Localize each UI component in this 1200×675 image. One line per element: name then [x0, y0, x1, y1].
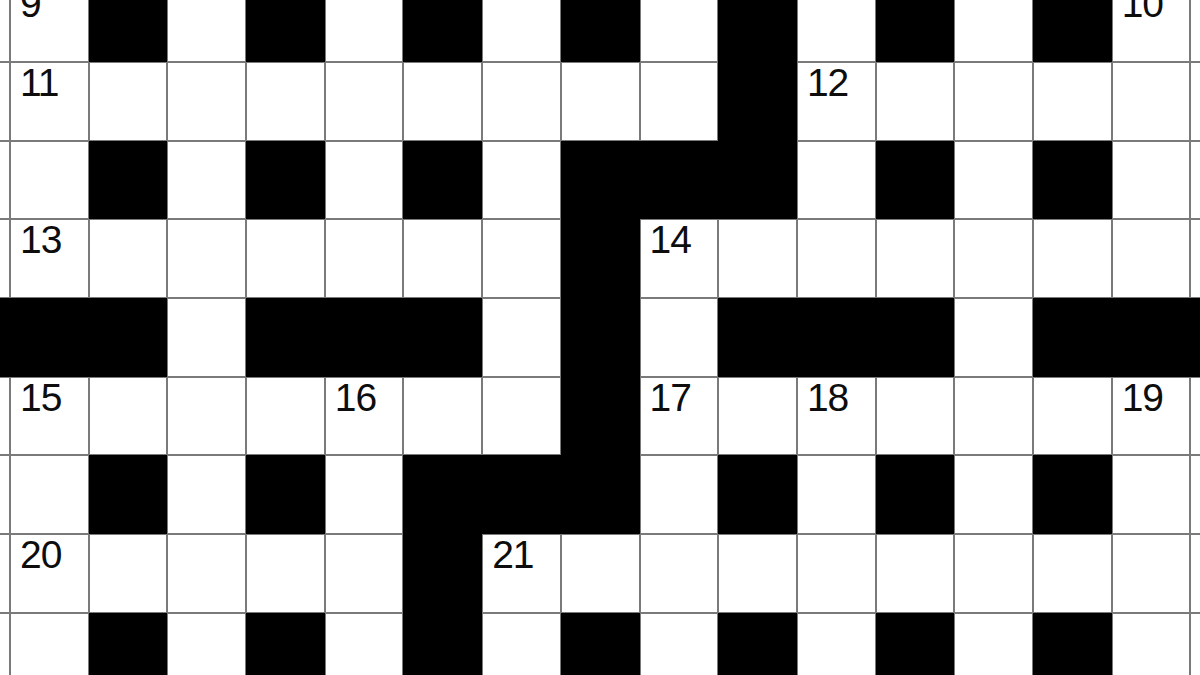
white-cell[interactable] — [640, 455, 719, 534]
black-cell — [1033, 613, 1112, 675]
white-cell[interactable] — [954, 455, 1033, 534]
white-cell[interactable] — [718, 219, 797, 298]
white-cell[interactable] — [167, 377, 246, 456]
white-cell[interactable] — [0, 141, 10, 220]
white-cell[interactable] — [640, 298, 719, 377]
clue-number: 18 — [807, 378, 848, 417]
white-cell[interactable] — [482, 613, 561, 675]
clue-number: 14 — [650, 220, 691, 259]
white-cell[interactable] — [482, 0, 561, 62]
black-cell — [246, 141, 325, 220]
white-cell[interactable]: 21 — [482, 534, 561, 613]
clue-number: 20 — [20, 535, 61, 574]
black-cell — [718, 613, 797, 675]
white-cell[interactable] — [954, 613, 1033, 675]
white-cell[interactable] — [640, 534, 719, 613]
black-cell — [561, 0, 640, 62]
white-cell[interactable] — [1033, 219, 1112, 298]
white-cell[interactable]: 9 — [10, 0, 89, 62]
white-cell[interactable] — [1190, 219, 1200, 298]
black-cell — [561, 455, 640, 534]
white-cell[interactable] — [1190, 534, 1200, 613]
white-cell[interactable]: 17 — [640, 377, 719, 456]
black-cell — [403, 534, 482, 613]
white-cell[interactable]: 16 — [325, 377, 404, 456]
white-cell[interactable] — [403, 219, 482, 298]
white-cell[interactable] — [0, 0, 10, 62]
white-cell[interactable] — [89, 377, 168, 456]
white-cell[interactable] — [954, 298, 1033, 377]
clue-number: 12 — [807, 63, 848, 102]
black-cell — [718, 455, 797, 534]
black-cell — [718, 298, 797, 377]
white-cell[interactable]: 15 — [10, 377, 89, 456]
white-cell[interactable] — [797, 141, 876, 220]
white-cell[interactable] — [954, 377, 1033, 456]
white-cell[interactable] — [1190, 613, 1200, 675]
white-cell[interactable] — [167, 613, 246, 675]
white-cell[interactable] — [797, 613, 876, 675]
white-cell[interactable] — [1190, 0, 1200, 62]
white-cell[interactable] — [89, 219, 168, 298]
white-cell[interactable] — [640, 613, 719, 675]
white-cell[interactable]: 10 — [1112, 0, 1191, 62]
white-cell[interactable] — [954, 219, 1033, 298]
white-cell[interactable] — [797, 0, 876, 62]
white-cell[interactable] — [403, 62, 482, 141]
white-cell[interactable] — [718, 534, 797, 613]
clue-number: 17 — [650, 378, 691, 417]
white-cell[interactable] — [1190, 141, 1200, 220]
white-cell[interactable] — [167, 455, 246, 534]
clue-number: 19 — [1122, 378, 1163, 417]
white-cell[interactable] — [325, 0, 404, 62]
clue-number: 9 — [20, 0, 41, 23]
white-cell[interactable] — [325, 62, 404, 141]
black-cell — [718, 141, 797, 220]
white-cell[interactable] — [482, 377, 561, 456]
black-cell — [876, 613, 955, 675]
white-cell[interactable] — [876, 62, 955, 141]
black-cell — [718, 0, 797, 62]
white-cell[interactable] — [0, 613, 10, 675]
black-cell — [10, 298, 89, 377]
white-cell[interactable] — [482, 62, 561, 141]
black-cell — [403, 613, 482, 675]
black-cell — [89, 298, 168, 377]
white-cell[interactable] — [167, 141, 246, 220]
black-cell — [797, 298, 876, 377]
white-cell[interactable] — [1112, 455, 1191, 534]
clue-number: 11 — [20, 63, 59, 102]
white-cell[interactable] — [640, 62, 719, 141]
black-cell — [1033, 0, 1112, 62]
white-cell[interactable] — [10, 613, 89, 675]
black-cell — [1190, 298, 1200, 377]
white-cell[interactable] — [1112, 141, 1191, 220]
white-cell[interactable]: 12 — [797, 62, 876, 141]
white-cell[interactable] — [1112, 219, 1191, 298]
white-cell[interactable] — [167, 298, 246, 377]
black-cell — [403, 0, 482, 62]
white-cell[interactable] — [482, 219, 561, 298]
black-cell — [640, 141, 719, 220]
white-cell[interactable]: 13 — [10, 219, 89, 298]
white-cell[interactable] — [1190, 455, 1200, 534]
white-cell[interactable] — [797, 534, 876, 613]
white-cell[interactable] — [89, 534, 168, 613]
white-cell[interactable] — [325, 613, 404, 675]
white-cell[interactable] — [325, 219, 404, 298]
white-cell[interactable] — [876, 534, 955, 613]
white-cell[interactable]: 11 — [10, 62, 89, 141]
white-cell[interactable] — [325, 141, 404, 220]
black-cell — [561, 219, 640, 298]
white-cell[interactable] — [10, 455, 89, 534]
black-cell — [246, 613, 325, 675]
white-cell[interactable] — [167, 534, 246, 613]
white-cell[interactable] — [1112, 534, 1191, 613]
black-cell — [876, 455, 955, 534]
black-cell — [403, 141, 482, 220]
black-cell — [718, 62, 797, 141]
black-cell — [1033, 455, 1112, 534]
white-cell[interactable] — [167, 62, 246, 141]
white-cell[interactable] — [0, 455, 10, 534]
white-cell[interactable] — [797, 219, 876, 298]
white-cell[interactable] — [167, 0, 246, 62]
white-cell[interactable] — [1033, 377, 1112, 456]
white-cell[interactable]: 20 — [10, 534, 89, 613]
white-cell[interactable] — [718, 377, 797, 456]
black-cell — [876, 0, 955, 62]
black-cell — [1033, 298, 1112, 377]
black-cell — [1112, 298, 1191, 377]
white-cell[interactable] — [1033, 534, 1112, 613]
white-cell[interactable] — [246, 377, 325, 456]
white-cell[interactable]: 19 — [1112, 377, 1191, 456]
black-cell — [89, 0, 168, 62]
white-cell[interactable] — [954, 534, 1033, 613]
black-cell — [246, 298, 325, 377]
clue-number: 16 — [335, 378, 376, 417]
white-cell[interactable] — [325, 455, 404, 534]
white-cell[interactable] — [403, 377, 482, 456]
white-cell[interactable]: 14 — [640, 219, 719, 298]
black-cell — [325, 298, 404, 377]
black-cell — [876, 298, 955, 377]
black-cell — [561, 377, 640, 456]
black-cell — [876, 141, 955, 220]
white-cell[interactable] — [10, 141, 89, 220]
white-cell[interactable] — [876, 377, 955, 456]
black-cell — [561, 613, 640, 675]
black-cell — [561, 141, 640, 220]
crossword-page: { "game": "crossword", "title": "Blank c… — [0, 0, 1200, 675]
white-cell[interactable] — [246, 534, 325, 613]
white-cell[interactable] — [797, 455, 876, 534]
white-cell[interactable] — [1112, 613, 1191, 675]
white-cell[interactable] — [0, 219, 10, 298]
white-cell[interactable] — [876, 219, 955, 298]
clue-number: 10 — [1122, 0, 1163, 23]
black-cell — [246, 455, 325, 534]
white-cell[interactable] — [167, 219, 246, 298]
crossword-grid: 9101112131415161718192021 — [0, 0, 1200, 675]
white-cell[interactable] — [246, 62, 325, 141]
white-cell[interactable] — [1190, 377, 1200, 456]
white-cell[interactable]: 18 — [797, 377, 876, 456]
black-cell — [403, 298, 482, 377]
black-cell — [482, 455, 561, 534]
black-cell — [89, 455, 168, 534]
white-cell[interactable] — [1190, 62, 1200, 141]
black-cell — [89, 613, 168, 675]
white-cell[interactable] — [482, 141, 561, 220]
white-cell[interactable] — [246, 219, 325, 298]
clue-number: 13 — [20, 220, 61, 259]
clue-number: 15 — [20, 378, 61, 417]
white-cell[interactable] — [89, 62, 168, 141]
white-cell[interactable] — [954, 62, 1033, 141]
black-cell — [246, 0, 325, 62]
black-cell — [561, 298, 640, 377]
white-cell[interactable] — [954, 141, 1033, 220]
white-cell[interactable] — [640, 0, 719, 62]
white-cell[interactable] — [325, 534, 404, 613]
black-cell — [1033, 141, 1112, 220]
white-cell[interactable] — [0, 62, 10, 141]
white-cell[interactable] — [561, 62, 640, 141]
white-cell[interactable] — [1112, 62, 1191, 141]
white-cell[interactable] — [561, 534, 640, 613]
white-cell[interactable] — [0, 377, 10, 456]
white-cell[interactable] — [482, 298, 561, 377]
white-cell[interactable] — [954, 0, 1033, 62]
white-cell[interactable] — [1033, 62, 1112, 141]
white-cell[interactable] — [0, 534, 10, 613]
black-cell — [0, 298, 10, 377]
clue-number: 21 — [492, 535, 533, 574]
black-cell — [89, 141, 168, 220]
black-cell — [403, 455, 482, 534]
